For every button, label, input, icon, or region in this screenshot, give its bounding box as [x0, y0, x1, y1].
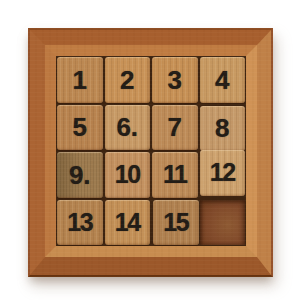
tile-10[interactable]: 10 — [105, 152, 151, 198]
tile-14[interactable]: 14 — [105, 200, 151, 246]
tile-7[interactable]: 7 — [152, 105, 198, 151]
tile-4[interactable]: 4 — [200, 57, 246, 103]
empty-slot — [200, 200, 246, 246]
puzzle-board: 1 2 3 4 5 6. 7 8 9. 10 11 12 13 — [28, 28, 273, 277]
frame-band: 1 2 3 4 5 6. 7 8 9. 10 11 12 13 — [30, 30, 271, 275]
tile-grid: 1 2 3 4 5 6. 7 8 9. 10 11 12 13 — [56, 56, 246, 246]
frame-bevel: 1 2 3 4 5 6. 7 8 9. 10 11 12 13 — [45, 45, 257, 257]
tile-8[interactable]: 8 — [200, 106, 246, 152]
tile-2[interactable]: 2 — [105, 57, 151, 103]
tile-9[interactable]: 9. — [57, 152, 103, 198]
tile-12[interactable]: 12 — [200, 150, 246, 196]
frame-outer-rim: 1 2 3 4 5 6. 7 8 9. 10 11 12 13 — [28, 28, 273, 277]
tile-5[interactable]: 5 — [57, 105, 103, 151]
tile-13[interactable]: 13 — [57, 200, 103, 246]
tile-1[interactable]: 1 — [57, 57, 103, 103]
photo-background: 1 2 3 4 5 6. 7 8 9. 10 11 12 13 — [0, 0, 300, 300]
tile-11[interactable]: 11 — [152, 152, 198, 198]
tile-6[interactable]: 6. — [105, 105, 151, 151]
board-recess: 1 2 3 4 5 6. 7 8 9. 10 11 12 13 — [56, 56, 246, 246]
tile-3[interactable]: 3 — [152, 57, 198, 103]
tile-15[interactable]: 15 — [153, 200, 199, 246]
